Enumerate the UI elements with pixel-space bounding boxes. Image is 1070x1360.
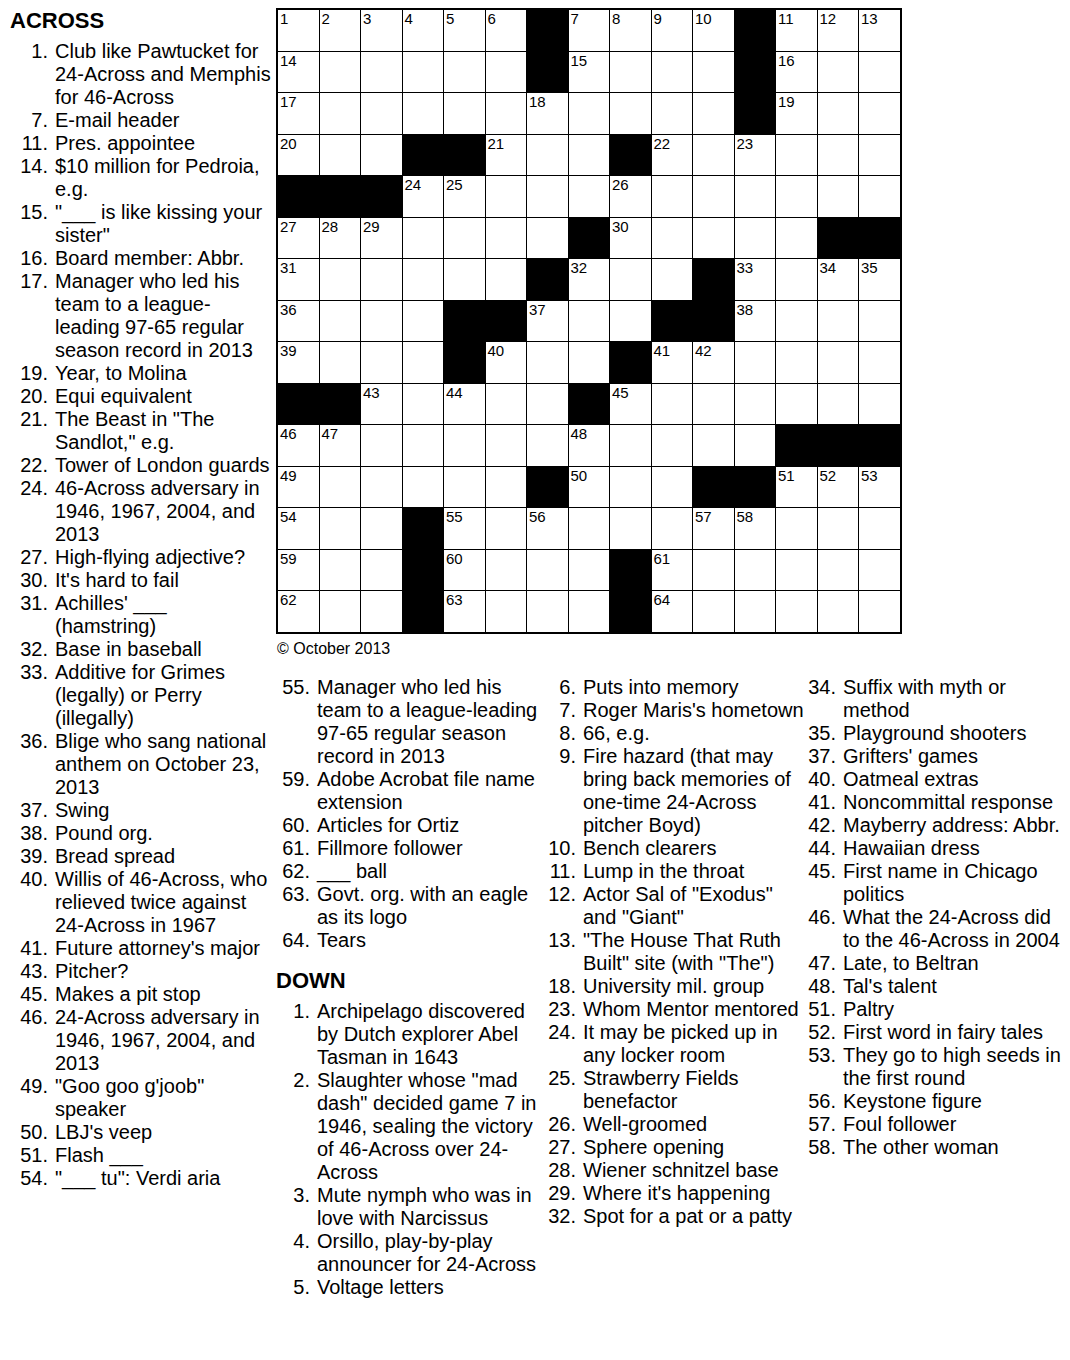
grid-cell[interactable] — [361, 508, 402, 549]
grid-cell[interactable]: 9 — [652, 10, 693, 51]
grid-cell[interactable] — [859, 591, 900, 632]
clue-text: Achilles' ___ (hamstring) — [55, 592, 273, 638]
grid-cell[interactable]: 50 — [569, 467, 610, 508]
grid-cell[interactable] — [527, 591, 568, 632]
grid-cell[interactable] — [403, 218, 444, 259]
grid-cell[interactable] — [320, 467, 361, 508]
clue-text: Flash ___ — [55, 1144, 273, 1167]
clue-item: 59.Adobe Acrobat file name extension — [276, 768, 542, 814]
cell-number: 20 — [280, 135, 297, 152]
grid-cell[interactable] — [527, 218, 568, 259]
clue-item: 3.Mute nymph who was in love with Narcis… — [276, 1184, 542, 1230]
clue-number: 58. — [806, 1136, 836, 1159]
grid-cell[interactable] — [569, 176, 610, 217]
grid-cell[interactable] — [776, 550, 817, 591]
grid-cell[interactable] — [693, 135, 734, 176]
grid-cell-black — [527, 259, 568, 300]
grid-cell[interactable] — [486, 508, 527, 549]
clue-item: 40.Willis of 46-Across, who relieved twi… — [10, 868, 273, 937]
grid-cell[interactable]: 17 — [278, 93, 319, 134]
clue-item: 28.Wiener schnitzel base — [546, 1159, 806, 1182]
cell-number: 49 — [280, 467, 297, 484]
grid-cell[interactable] — [818, 384, 859, 425]
clue-item: 42.Mayberry address: Abbr. — [806, 814, 1068, 837]
grid-cell[interactable] — [403, 425, 444, 466]
grid-cell[interactable] — [776, 176, 817, 217]
cell-number: 61 — [654, 550, 671, 567]
clue-item: 36.Blige who sang national anthem on Oct… — [10, 730, 273, 799]
clue-text: Fillmore follower — [317, 837, 542, 860]
grid-cell[interactable]: 28 — [320, 218, 361, 259]
grid-cell[interactable]: 58 — [735, 508, 776, 549]
grid-cell[interactable] — [693, 52, 734, 93]
grid-cell-black — [693, 467, 734, 508]
clue-item: 1.Club like Pawtucket for 24-Across and … — [10, 40, 273, 109]
clue-item: 8.66, e.g. — [546, 722, 806, 745]
grid-cell[interactable] — [486, 384, 527, 425]
clue-number: 8. — [546, 722, 576, 745]
clue-item: 9.Fire hazard (that may bring back memor… — [546, 745, 806, 837]
grid-cell[interactable]: 33 — [735, 259, 776, 300]
grid-cell[interactable] — [818, 301, 859, 342]
clue-number: 18. — [546, 975, 576, 998]
clue-number: 37. — [806, 745, 836, 768]
grid-cell[interactable] — [735, 425, 776, 466]
grid-cell[interactable] — [652, 218, 693, 259]
grid-cell[interactable] — [652, 176, 693, 217]
clue-number: 12. — [546, 883, 576, 929]
grid-cell[interactable]: 63 — [444, 591, 485, 632]
grid-cell[interactable] — [859, 508, 900, 549]
grid-cell[interactable] — [320, 550, 361, 591]
grid-cell[interactable] — [361, 425, 402, 466]
clue-number: 28. — [546, 1159, 576, 1182]
clue-number: 21. — [10, 408, 48, 454]
grid-cell[interactable] — [652, 259, 693, 300]
clue-number: 24. — [546, 1021, 576, 1067]
grid-cell[interactable] — [361, 591, 402, 632]
clue-item: 25.Strawberry Fields benefactor — [546, 1067, 806, 1113]
grid-cell[interactable] — [652, 93, 693, 134]
grid-cell[interactable] — [444, 218, 485, 259]
grid-cell[interactable] — [818, 342, 859, 383]
clue-item: 20.Equi equivalent — [10, 385, 273, 408]
grid-cell[interactable]: 36 — [278, 301, 319, 342]
grid-cell[interactable] — [569, 550, 610, 591]
grid-cell[interactable] — [776, 591, 817, 632]
grid-cell[interactable] — [610, 467, 651, 508]
cell-number: 23 — [737, 135, 754, 152]
clue-number: 4. — [276, 1230, 310, 1276]
clue-text: Spot for a pat or a patty — [583, 1205, 806, 1228]
grid-cell[interactable] — [859, 550, 900, 591]
grid-cell[interactable] — [320, 259, 361, 300]
grid-cell[interactable] — [859, 176, 900, 217]
clue-text: Fire hazard (that may bring back memorie… — [583, 745, 806, 837]
grid-cell[interactable] — [486, 52, 527, 93]
cell-number: 37 — [529, 301, 546, 318]
grid-cell[interactable] — [859, 135, 900, 176]
grid-cell[interactable] — [693, 93, 734, 134]
grid-cell[interactable]: 60 — [444, 550, 485, 591]
grid-cell[interactable]: 25 — [444, 176, 485, 217]
clue-item: 62.___ ball — [276, 860, 542, 883]
grid-cell[interactable] — [486, 176, 527, 217]
grid-cell[interactable]: 61 — [652, 550, 693, 591]
grid-cell[interactable]: 64 — [652, 591, 693, 632]
clue-number: 7. — [546, 699, 576, 722]
clue-number: 59. — [276, 768, 310, 814]
cell-number: 11 — [778, 10, 794, 27]
clue-number: 2. — [276, 1069, 310, 1184]
grid-cell[interactable]: 52 — [818, 467, 859, 508]
grid-cell[interactable] — [818, 176, 859, 217]
clue-text: First word in fairy tales — [843, 1021, 1068, 1044]
grid-cell[interactable] — [693, 591, 734, 632]
grid-cell[interactable]: 6 — [486, 10, 527, 51]
clue-text: They go to high seeds in the first round — [843, 1044, 1068, 1090]
grid-cell[interactable]: 4 — [403, 10, 444, 51]
cell-number: 1 — [280, 10, 288, 27]
grid-cell[interactable] — [610, 425, 651, 466]
clue-text: Additive for Grimes (legally) or Perry (… — [55, 661, 273, 730]
grid-cell[interactable]: 38 — [735, 301, 776, 342]
grid-cell[interactable] — [610, 93, 651, 134]
grid-cell[interactable] — [818, 93, 859, 134]
clue-item: 24.46-Across adversary in 1946, 1967, 20… — [10, 477, 273, 546]
grid-cell[interactable]: 49 — [278, 467, 319, 508]
grid-cell[interactable] — [776, 508, 817, 549]
grid-cell[interactable]: 31 — [278, 259, 319, 300]
grid-cell[interactable] — [486, 591, 527, 632]
grid-cell[interactable] — [652, 52, 693, 93]
clue-text: Oatmeal extras — [843, 768, 1068, 791]
grid-cell[interactable]: 12 — [818, 10, 859, 51]
grid-cell[interactable]: 27 — [278, 218, 319, 259]
clue-text: "___ is like kissing your sister" — [55, 201, 273, 247]
grid-cell[interactable] — [610, 52, 651, 93]
grid-cell[interactable]: 51 — [776, 467, 817, 508]
grid-cell[interactable]: 2 — [320, 10, 361, 51]
grid-cell[interactable] — [652, 384, 693, 425]
grid-cell[interactable] — [320, 52, 361, 93]
grid-cell[interactable]: 16 — [776, 52, 817, 93]
clue-number: 37. — [10, 799, 48, 822]
grid-cell[interactable] — [444, 467, 485, 508]
grid-cell[interactable]: 45 — [610, 384, 651, 425]
clue-text: Mayberry address: Abbr. — [843, 814, 1068, 837]
grid-cell[interactable] — [859, 52, 900, 93]
grid-cell[interactable]: 57 — [693, 508, 734, 549]
clue-item: 49."Goo goo g'joob" speaker — [10, 1075, 273, 1121]
grid-cell[interactable] — [527, 550, 568, 591]
clue-number: 5. — [276, 1276, 310, 1299]
grid-cell[interactable]: 21 — [486, 135, 527, 176]
grid-cell[interactable]: 55 — [444, 508, 485, 549]
clue-text: "___ tu": Verdi aria — [55, 1167, 273, 1190]
grid-cell[interactable] — [776, 259, 817, 300]
grid-cell[interactable] — [693, 384, 734, 425]
clue-number: 34. — [806, 676, 836, 722]
grid-cell[interactable]: 18 — [527, 93, 568, 134]
grid-cell[interactable]: 54 — [278, 508, 319, 549]
clue-item: 11.Pres. appointee — [10, 132, 273, 155]
grid-cell[interactable]: 48 — [569, 425, 610, 466]
clue-number: 36. — [10, 730, 48, 799]
grid-cell[interactable] — [652, 467, 693, 508]
clue-item: 27.Sphere opening — [546, 1136, 806, 1159]
grid-cell[interactable] — [610, 508, 651, 549]
grid-cell[interactable]: 10 — [693, 10, 734, 51]
grid-cell[interactable] — [859, 342, 900, 383]
grid-cell[interactable]: 62 — [278, 591, 319, 632]
cell-number: 15 — [571, 52, 588, 69]
grid-cell[interactable] — [776, 342, 817, 383]
grid-cell[interactable] — [818, 550, 859, 591]
grid-cell[interactable] — [320, 342, 361, 383]
grid-cell[interactable] — [320, 591, 361, 632]
clue-item: 7.E-mail header — [10, 109, 273, 132]
grid-cell[interactable]: 13 — [859, 10, 900, 51]
grid-cell[interactable]: 11 — [776, 10, 817, 51]
grid-cell[interactable] — [320, 301, 361, 342]
grid-cell[interactable] — [569, 591, 610, 632]
clue-number: 56. — [806, 1090, 836, 1113]
grid-cell[interactable] — [776, 218, 817, 259]
grid-cell[interactable] — [444, 93, 485, 134]
grid-cell[interactable] — [361, 342, 402, 383]
clue-number: 49. — [10, 1075, 48, 1121]
grid-cell[interactable]: 15 — [569, 52, 610, 93]
grid-cell[interactable] — [486, 425, 527, 466]
clue-item: 52.First word in fairy tales — [806, 1021, 1068, 1044]
grid-cell[interactable] — [403, 342, 444, 383]
clue-number: 43. — [10, 960, 48, 983]
grid-cell[interactable] — [610, 301, 651, 342]
grid-cell-black — [486, 301, 527, 342]
grid-cell[interactable] — [527, 342, 568, 383]
grid-cell[interactable] — [527, 176, 568, 217]
copyright-note: © October 2013 — [277, 640, 390, 658]
grid-cell[interactable] — [569, 93, 610, 134]
grid-cell[interactable] — [320, 93, 361, 134]
clue-item: 32.Spot for a pat or a patty — [546, 1205, 806, 1228]
cell-number: 5 — [446, 10, 454, 27]
grid-cell[interactable] — [569, 508, 610, 549]
grid-cell[interactable] — [403, 52, 444, 93]
clue-text: Grifters' games — [843, 745, 1068, 768]
grid-cell[interactable]: 23 — [735, 135, 776, 176]
grid-cell[interactable] — [693, 218, 734, 259]
clue-item: 38.Pound org. — [10, 822, 273, 845]
cell-number: 55 — [446, 508, 463, 525]
across-clue-list-1: 1.Club like Pawtucket for 24-Across and … — [10, 40, 273, 1190]
grid-cell[interactable] — [735, 342, 776, 383]
grid-cell[interactable]: 14 — [278, 52, 319, 93]
grid-cell[interactable] — [569, 135, 610, 176]
grid-cell[interactable] — [776, 301, 817, 342]
clue-text: Blige who sang national anthem on Octobe… — [55, 730, 273, 799]
grid-cell[interactable]: 8 — [610, 10, 651, 51]
clue-number: 61. — [276, 837, 310, 860]
grid-cell[interactable]: 59 — [278, 550, 319, 591]
clue-item: 44.Hawaiian dress — [806, 837, 1068, 860]
grid-cell[interactable] — [403, 467, 444, 508]
grid-cell-black — [818, 218, 859, 259]
cell-number: 42 — [695, 342, 712, 359]
clue-item: 43.Pitcher? — [10, 960, 273, 983]
clue-number: 51. — [10, 1144, 48, 1167]
grid-cell[interactable] — [444, 425, 485, 466]
clue-text: It may be picked up in any locker room — [583, 1021, 806, 1067]
clue-text: Noncommittal response — [843, 791, 1068, 814]
clue-text: Hawaiian dress — [843, 837, 1068, 860]
clue-text: Bench clearers — [583, 837, 806, 860]
grid-cell[interactable]: 37 — [527, 301, 568, 342]
clue-number: 40. — [806, 768, 836, 791]
grid-cell[interactable] — [776, 384, 817, 425]
grid-cell[interactable] — [735, 591, 776, 632]
clue-text: Paltry — [843, 998, 1068, 1021]
grid-cell[interactable] — [444, 52, 485, 93]
cell-number: 10 — [695, 10, 712, 27]
grid-cell[interactable] — [486, 467, 527, 508]
cell-number: 33 — [737, 259, 754, 276]
grid-cell[interactable] — [818, 52, 859, 93]
grid-cell[interactable] — [652, 425, 693, 466]
grid-cell[interactable]: 47 — [320, 425, 361, 466]
clue-number: 19. — [10, 362, 48, 385]
clue-item: 53.They go to high seeds in the first ro… — [806, 1044, 1068, 1090]
grid-cell[interactable]: 30 — [610, 218, 651, 259]
grid-cell[interactable] — [486, 550, 527, 591]
grid-cell[interactable]: 1 — [278, 10, 319, 51]
grid-cell[interactable] — [693, 176, 734, 217]
grid-cell[interactable] — [403, 93, 444, 134]
grid-cell[interactable]: 42 — [693, 342, 734, 383]
grid-cell[interactable] — [569, 342, 610, 383]
grid-cell[interactable]: 43 — [361, 384, 402, 425]
clue-item: 51.Paltry — [806, 998, 1068, 1021]
clue-number: 10. — [546, 837, 576, 860]
grid-cell-black — [527, 52, 568, 93]
clue-text: What the 24-Across did to the 46-Across … — [843, 906, 1068, 952]
grid-cell[interactable] — [735, 218, 776, 259]
grid-cell[interactable]: 3 — [361, 10, 402, 51]
grid-cell[interactable] — [444, 259, 485, 300]
clue-item: 30.It's hard to fail — [10, 569, 273, 592]
grid-cell[interactable] — [486, 93, 527, 134]
grid-cell[interactable] — [693, 425, 734, 466]
clue-number: 52. — [806, 1021, 836, 1044]
grid-cell[interactable] — [361, 135, 402, 176]
clue-number: 22. — [10, 454, 48, 477]
grid-cell[interactable]: 5 — [444, 10, 485, 51]
grid-cell[interactable]: 44 — [444, 384, 485, 425]
grid-cell[interactable] — [652, 508, 693, 549]
grid-cell[interactable] — [610, 259, 651, 300]
grid-cell[interactable] — [693, 550, 734, 591]
grid-cell[interactable] — [569, 301, 610, 342]
grid-cell[interactable] — [320, 508, 361, 549]
grid-cell[interactable] — [735, 384, 776, 425]
clue-number: 50. — [10, 1121, 48, 1144]
grid-cell[interactable]: 26 — [610, 176, 651, 217]
cell-number: 58 — [737, 508, 754, 525]
grid-cell[interactable]: 19 — [776, 93, 817, 134]
grid-cell[interactable] — [527, 425, 568, 466]
grid-cell[interactable]: 35 — [859, 259, 900, 300]
grid-cell[interactable] — [361, 93, 402, 134]
grid-cell[interactable] — [527, 384, 568, 425]
grid-cell[interactable] — [859, 384, 900, 425]
cell-number: 57 — [695, 508, 712, 525]
grid-cell[interactable] — [320, 135, 361, 176]
grid-cell-black — [610, 342, 651, 383]
grid-cell[interactable] — [859, 301, 900, 342]
grid-cell[interactable] — [361, 259, 402, 300]
grid-cell[interactable] — [403, 301, 444, 342]
clue-number: 27. — [10, 546, 48, 569]
clue-text: Wiener schnitzel base — [583, 1159, 806, 1182]
clue-number: 7. — [10, 109, 48, 132]
clue-text: The Beast in "The Sandlot," e.g. — [55, 408, 273, 454]
grid-cell[interactable]: 29 — [361, 218, 402, 259]
grid-cell[interactable]: 32 — [569, 259, 610, 300]
grid-cell[interactable] — [403, 384, 444, 425]
grid-cell[interactable] — [776, 135, 817, 176]
grid-cell[interactable] — [735, 176, 776, 217]
grid-cell[interactable] — [361, 52, 402, 93]
grid-cell-black — [693, 259, 734, 300]
grid-cell[interactable]: 39 — [278, 342, 319, 383]
grid-cell[interactable]: 46 — [278, 425, 319, 466]
clue-item: 41.Noncommittal response — [806, 791, 1068, 814]
grid-cell[interactable] — [361, 550, 402, 591]
grid-cell[interactable] — [818, 508, 859, 549]
grid-cell[interactable]: 53 — [859, 467, 900, 508]
clue-text: Actor Sal of "Exodus" and "Giant" — [583, 883, 806, 929]
cell-number: 21 — [488, 135, 505, 152]
grid-cell[interactable]: 20 — [278, 135, 319, 176]
down-clue-list-1: 1.Archipelago discovered by Dutch explor… — [276, 1000, 542, 1299]
grid-cell[interactable]: 24 — [403, 176, 444, 217]
grid-cell[interactable]: 34 — [818, 259, 859, 300]
grid-cell[interactable] — [527, 135, 568, 176]
grid-cell[interactable] — [403, 259, 444, 300]
grid-cell[interactable]: 7 — [569, 10, 610, 51]
grid-cell[interactable]: 41 — [652, 342, 693, 383]
grid-cell[interactable] — [486, 259, 527, 300]
down-clue-list-3: 34.Suffix with myth or method35.Playgrou… — [806, 676, 1068, 1159]
clue-item: 22.Tower of London guards — [10, 454, 273, 477]
clue-number: 46. — [806, 906, 836, 952]
grid-cell[interactable]: 22 — [652, 135, 693, 176]
grid-cell[interactable] — [486, 218, 527, 259]
clue-text: ___ ball — [317, 860, 542, 883]
grid-cell[interactable]: 40 — [486, 342, 527, 383]
grid-cell[interactable] — [361, 467, 402, 508]
grid-cell[interactable] — [735, 550, 776, 591]
grid-cell[interactable] — [361, 301, 402, 342]
grid-cell[interactable] — [859, 93, 900, 134]
cell-number: 48 — [571, 425, 588, 442]
grid-cell[interactable] — [818, 135, 859, 176]
clue-text: 46-Across adversary in 1946, 1967, 2004,… — [55, 477, 273, 546]
clue-item: 13."The House That Ruth Built" site (wit… — [546, 929, 806, 975]
grid-cell[interactable]: 56 — [527, 508, 568, 549]
grid-cell[interactable] — [818, 591, 859, 632]
